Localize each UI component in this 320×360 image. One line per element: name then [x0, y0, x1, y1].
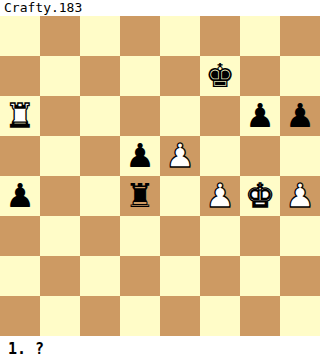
chess-board: ♚♜♟♟♟♟♟♜♟♚♟: [0, 16, 320, 336]
square-a3[interactable]: [0, 216, 40, 256]
square-e2[interactable]: [160, 256, 200, 296]
square-e7[interactable]: [160, 56, 200, 96]
square-d1[interactable]: [120, 296, 160, 336]
square-h7[interactable]: [280, 56, 320, 96]
square-f7[interactable]: ♚: [200, 56, 240, 96]
square-a2[interactable]: [0, 256, 40, 296]
square-f1[interactable]: [200, 296, 240, 336]
square-e3[interactable]: [160, 216, 200, 256]
window-title: Crafty.183: [0, 0, 320, 16]
square-b1[interactable]: [40, 296, 80, 336]
square-c1[interactable]: [80, 296, 120, 336]
square-g1[interactable]: [240, 296, 280, 336]
square-g3[interactable]: [240, 216, 280, 256]
black-king[interactable]: ♚: [205, 56, 235, 96]
square-e5[interactable]: ♟: [160, 136, 200, 176]
square-g8[interactable]: [240, 16, 280, 56]
square-f8[interactable]: [200, 16, 240, 56]
square-g7[interactable]: [240, 56, 280, 96]
square-g6[interactable]: ♟: [240, 96, 280, 136]
square-c7[interactable]: [80, 56, 120, 96]
square-c4[interactable]: [80, 176, 120, 216]
square-d7[interactable]: [120, 56, 160, 96]
black-pawn[interactable]: ♟: [125, 136, 155, 176]
square-g2[interactable]: [240, 256, 280, 296]
square-h6[interactable]: ♟: [280, 96, 320, 136]
square-e8[interactable]: [160, 16, 200, 56]
square-e6[interactable]: [160, 96, 200, 136]
square-d4[interactable]: ♜: [120, 176, 160, 216]
square-a4[interactable]: ♟: [0, 176, 40, 216]
square-c3[interactable]: [80, 216, 120, 256]
square-e4[interactable]: [160, 176, 200, 216]
black-pawn[interactable]: ♟: [5, 176, 35, 216]
square-h1[interactable]: [280, 296, 320, 336]
square-h8[interactable]: [280, 16, 320, 56]
square-a8[interactable]: [0, 16, 40, 56]
square-b4[interactable]: [40, 176, 80, 216]
square-h4[interactable]: ♟: [280, 176, 320, 216]
square-h5[interactable]: [280, 136, 320, 176]
square-a7[interactable]: [0, 56, 40, 96]
square-h3[interactable]: [280, 216, 320, 256]
square-g5[interactable]: [240, 136, 280, 176]
square-e1[interactable]: [160, 296, 200, 336]
square-c8[interactable]: [80, 16, 120, 56]
white-rook[interactable]: ♜: [5, 96, 35, 136]
square-a1[interactable]: [0, 296, 40, 336]
square-a5[interactable]: [0, 136, 40, 176]
square-b7[interactable]: [40, 56, 80, 96]
move-prompt: 1. ?: [0, 336, 320, 358]
square-f5[interactable]: [200, 136, 240, 176]
square-c2[interactable]: [80, 256, 120, 296]
square-d3[interactable]: [120, 216, 160, 256]
square-f3[interactable]: [200, 216, 240, 256]
square-b8[interactable]: [40, 16, 80, 56]
black-rook[interactable]: ♜: [125, 176, 155, 216]
square-h2[interactable]: [280, 256, 320, 296]
square-d6[interactable]: [120, 96, 160, 136]
white-king[interactable]: ♚: [245, 176, 275, 216]
square-d2[interactable]: [120, 256, 160, 296]
square-f2[interactable]: [200, 256, 240, 296]
square-f4[interactable]: ♟: [200, 176, 240, 216]
white-pawn[interactable]: ♟: [285, 176, 315, 216]
square-d5[interactable]: ♟: [120, 136, 160, 176]
square-c6[interactable]: [80, 96, 120, 136]
black-pawn[interactable]: ♟: [285, 96, 315, 136]
square-f6[interactable]: [200, 96, 240, 136]
square-b5[interactable]: [40, 136, 80, 176]
square-a6[interactable]: ♜: [0, 96, 40, 136]
square-c5[interactable]: [80, 136, 120, 176]
square-g4[interactable]: ♚: [240, 176, 280, 216]
white-pawn[interactable]: ♟: [205, 176, 235, 216]
black-pawn[interactable]: ♟: [245, 96, 275, 136]
square-b3[interactable]: [40, 216, 80, 256]
white-pawn[interactable]: ♟: [165, 136, 195, 176]
square-d8[interactable]: [120, 16, 160, 56]
square-b2[interactable]: [40, 256, 80, 296]
square-b6[interactable]: [40, 96, 80, 136]
